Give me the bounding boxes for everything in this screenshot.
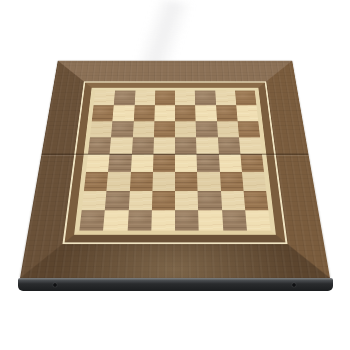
square-h6 bbox=[237, 121, 260, 137]
square-e1 bbox=[175, 210, 199, 230]
square-c6 bbox=[132, 121, 154, 137]
square-b5 bbox=[110, 137, 133, 154]
square-d2 bbox=[152, 191, 175, 211]
square-h2 bbox=[243, 191, 268, 211]
square-b2 bbox=[105, 191, 129, 211]
square-e2 bbox=[175, 191, 198, 211]
square-g6 bbox=[217, 121, 239, 137]
square-g5 bbox=[218, 137, 241, 154]
reflection-smudge bbox=[133, 0, 195, 70]
square-c5 bbox=[132, 137, 154, 154]
square-g2 bbox=[221, 191, 245, 211]
square-b4 bbox=[108, 154, 131, 172]
square-g3 bbox=[219, 172, 243, 191]
square-f5 bbox=[196, 137, 218, 154]
square-c2 bbox=[128, 191, 152, 211]
square-f1 bbox=[198, 210, 222, 230]
fold-seam bbox=[41, 154, 308, 155]
square-e8 bbox=[175, 91, 195, 106]
square-a2 bbox=[82, 191, 107, 211]
square-d5 bbox=[153, 137, 175, 154]
square-h4 bbox=[240, 154, 264, 172]
square-f2 bbox=[198, 191, 222, 211]
square-b6 bbox=[111, 121, 133, 137]
square-c1 bbox=[127, 210, 151, 230]
square-a4 bbox=[86, 154, 110, 172]
square-b3 bbox=[107, 172, 131, 191]
square-c7 bbox=[133, 105, 154, 121]
square-b7 bbox=[113, 105, 135, 121]
board-squares bbox=[79, 91, 270, 231]
square-d7 bbox=[154, 105, 175, 121]
square-h5 bbox=[239, 137, 262, 154]
square-h3 bbox=[242, 172, 266, 191]
hinge-screw-left bbox=[53, 283, 57, 287]
hinge-screw-right bbox=[292, 283, 296, 287]
square-e3 bbox=[175, 172, 198, 191]
square-c4 bbox=[131, 154, 154, 172]
square-g1 bbox=[222, 210, 247, 230]
square-c8 bbox=[134, 91, 155, 106]
square-h8 bbox=[235, 91, 257, 106]
square-a6 bbox=[90, 121, 113, 137]
square-d8 bbox=[155, 91, 175, 106]
square-d6 bbox=[154, 121, 175, 137]
square-f4 bbox=[197, 154, 220, 172]
square-a1 bbox=[79, 210, 105, 230]
square-h1 bbox=[245, 210, 271, 230]
inlay-cream-border bbox=[74, 88, 276, 235]
square-a5 bbox=[88, 137, 111, 154]
square-g7 bbox=[216, 105, 238, 121]
inlay-pinstripe-border bbox=[62, 81, 287, 244]
board-side-edge bbox=[18, 278, 333, 291]
square-d1 bbox=[151, 210, 175, 230]
square-f3 bbox=[197, 172, 220, 191]
square-e4 bbox=[175, 154, 197, 172]
square-b8 bbox=[114, 91, 135, 106]
square-g4 bbox=[218, 154, 241, 172]
square-f8 bbox=[195, 91, 216, 106]
square-b1 bbox=[103, 210, 128, 230]
square-f6 bbox=[196, 121, 218, 137]
square-f7 bbox=[195, 105, 216, 121]
board-frame bbox=[20, 61, 330, 278]
square-g8 bbox=[215, 91, 236, 106]
square-c3 bbox=[129, 172, 152, 191]
square-d4 bbox=[153, 154, 175, 172]
square-e6 bbox=[175, 121, 196, 137]
square-e5 bbox=[175, 137, 197, 154]
photo-background bbox=[0, 0, 350, 350]
inlay-dark-band bbox=[65, 83, 286, 243]
square-d3 bbox=[152, 172, 175, 191]
square-a8 bbox=[94, 91, 116, 106]
square-h7 bbox=[236, 105, 258, 121]
square-a7 bbox=[92, 105, 114, 121]
square-a3 bbox=[84, 172, 108, 191]
chess-board bbox=[20, 61, 330, 278]
square-e7 bbox=[175, 105, 196, 121]
